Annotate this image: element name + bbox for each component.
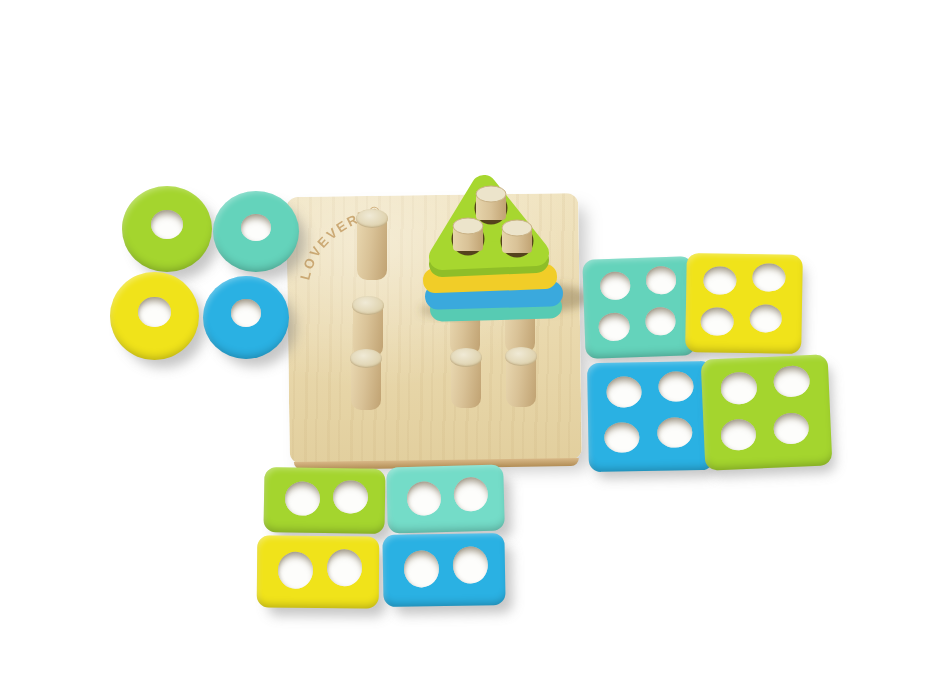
scene: LOVEVERY® [0,0,934,700]
piece-hole [599,271,631,300]
piece-hole [284,482,320,516]
piece-square-yellow[interactable] [685,253,803,354]
triangle-stack[interactable] [405,158,590,323]
piece-hole [241,214,272,242]
piece-rectangle-green[interactable] [263,467,385,534]
piece-circle-teal[interactable] [213,191,299,272]
peg-group4-4 [506,356,536,407]
piece-hole [598,313,630,342]
peg-group4-3 [451,357,481,408]
piece-rectangle-teal[interactable] [386,464,505,533]
piece-hole [403,550,439,588]
piece-hole [773,412,810,445]
piece-hole [658,371,694,402]
piece-hole [604,422,640,453]
piece-hole [231,299,262,327]
piece-square-green[interactable] [701,354,833,470]
peg-tip [502,220,532,253]
piece-hole [657,417,693,448]
piece-hole [704,266,737,294]
piece-hole [138,297,170,327]
piece-hole [752,263,785,291]
piece-hole [151,210,183,239]
peg-group1-1 [357,218,387,280]
piece-square-teal[interactable] [582,256,695,359]
piece-circle-blue[interactable] [203,276,289,359]
piece-rectangle-yellow[interactable] [257,535,380,608]
piece-square-blue[interactable] [587,361,714,472]
peg-tip [453,218,483,251]
piece-hole [645,266,677,295]
piece-hole [645,307,677,336]
peg-group2-2 [351,358,381,410]
piece-circle-yellow[interactable] [110,272,199,360]
piece-hole [326,549,362,587]
piece-hole [406,481,441,516]
piece-rectangle-blue[interactable] [382,533,505,607]
peg-tip [476,186,506,220]
piece-hole [720,419,757,452]
piece-hole [720,372,757,405]
piece-hole [701,308,734,336]
piece-circle-green[interactable] [122,186,212,272]
piece-hole [278,551,314,589]
piece-hole [453,477,488,512]
piece-hole [333,480,369,514]
piece-hole [749,305,782,333]
piece-hole [606,376,642,407]
piece-hole [773,365,810,398]
piece-hole [452,546,488,584]
